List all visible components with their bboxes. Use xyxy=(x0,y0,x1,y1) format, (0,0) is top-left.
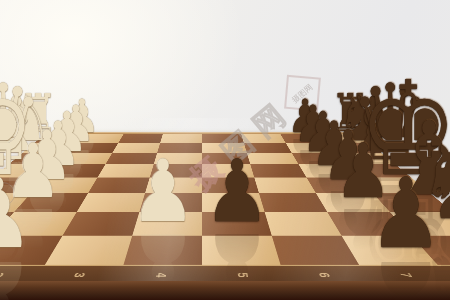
board-square-e3 xyxy=(88,178,150,194)
chess-photo-scene: 12345678 ♜♜♟♟♟♟♜♜♞♞♟♟♟♟♞♞♝♝♟♟♟♟♝♝♛♛♟♟♟♟♛… xyxy=(0,0,450,300)
board-square-b2 xyxy=(68,143,119,153)
board-square-d2 xyxy=(45,164,105,177)
board-square-a5 xyxy=(202,134,244,143)
board-square-c2 xyxy=(57,153,112,164)
board-square-d4 xyxy=(150,164,202,177)
rank-label: 2 xyxy=(0,272,8,277)
rank-label: 6 xyxy=(315,272,334,277)
board-square-c3 xyxy=(106,153,158,164)
board-square-c5 xyxy=(202,153,250,164)
board-front-edge xyxy=(0,281,450,300)
board-square-b3 xyxy=(112,143,160,153)
board-square-a2 xyxy=(77,134,124,143)
board-square-e6 xyxy=(254,178,316,194)
board-square-a8 xyxy=(320,134,370,143)
board-square-h4 xyxy=(124,236,202,265)
watermark-logo-diamond: 摄图网 xyxy=(284,75,321,112)
board-square-b4 xyxy=(157,143,202,153)
board-square-e4 xyxy=(145,178,202,194)
board-square-g4 xyxy=(132,212,202,235)
board-square-c8 xyxy=(336,153,395,164)
board-square-d5 xyxy=(202,164,254,177)
board-square-h5 xyxy=(202,236,280,265)
board-square-a6 xyxy=(241,134,285,143)
board-square-d6 xyxy=(250,164,306,177)
board-square-d8 xyxy=(347,164,411,177)
rank-label: 7 xyxy=(396,272,416,277)
board-square-c4 xyxy=(154,153,202,164)
board-square-f4 xyxy=(139,193,202,212)
board-square-b6 xyxy=(244,143,292,153)
chess-board: 12345678 xyxy=(0,132,450,283)
rank-label: 3 xyxy=(70,272,89,277)
watermark-logo-text: 摄图网 xyxy=(289,82,314,106)
board-square-e5 xyxy=(202,178,259,194)
board-square-a3 xyxy=(118,134,162,143)
board-square-c6 xyxy=(247,153,299,164)
board-square-f3 xyxy=(77,193,145,212)
rank-label: 4 xyxy=(153,272,170,277)
board-square-b8 xyxy=(327,143,381,153)
board-square-b5 xyxy=(202,143,247,153)
board-square-g3 xyxy=(63,212,140,235)
board-square-f5 xyxy=(202,193,265,212)
chess-piece-black-rook: ♜ xyxy=(330,87,370,139)
board-square-a4 xyxy=(160,134,202,143)
board-square-d3 xyxy=(97,164,153,177)
board-square-g5 xyxy=(202,212,272,235)
rank-label: 5 xyxy=(234,272,251,277)
